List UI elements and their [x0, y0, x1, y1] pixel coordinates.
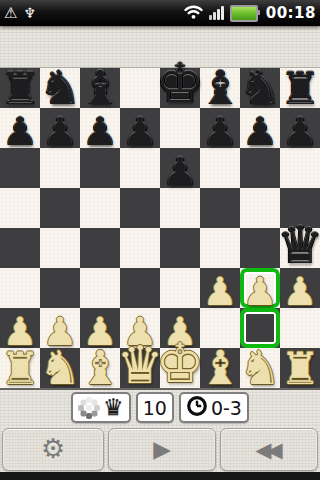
square-g3[interactable]: ♟	[240, 268, 280, 308]
square-b6[interactable]	[40, 148, 80, 188]
square-d4[interactable]	[120, 228, 160, 268]
square-e6[interactable]: ♟	[160, 148, 200, 188]
black-pawn-b7[interactable]: ♟	[43, 112, 78, 151]
square-g7[interactable]: ♟	[240, 108, 280, 148]
square-f1[interactable]: ♝	[200, 348, 240, 388]
black-pawn-a7[interactable]: ♟	[3, 112, 38, 151]
square-h7[interactable]: ♟	[280, 108, 320, 148]
usb-icon: ♆	[23, 6, 36, 20]
square-b3[interactable]	[40, 268, 80, 308]
wifi-icon	[184, 4, 203, 23]
black-bishop-c8[interactable]: ♝	[79, 64, 121, 111]
time-control-box[interactable]: 0-3	[179, 392, 249, 423]
square-e5[interactable]	[160, 188, 200, 228]
square-a8[interactable]: ♜	[0, 68, 40, 108]
white-pawn-h3[interactable]: ♟	[283, 272, 318, 311]
square-a5[interactable]	[0, 188, 40, 228]
square-f6[interactable]	[200, 148, 240, 188]
square-f7[interactable]: ♟	[200, 108, 240, 148]
black-pawn-d7[interactable]: ♟	[123, 112, 158, 151]
square-b7[interactable]: ♟	[40, 108, 80, 148]
black-king-e8[interactable]: ♚	[156, 57, 204, 111]
square-h6[interactable]	[280, 148, 320, 188]
status-bar-left: ⚠ ♆	[4, 6, 36, 21]
engine-status-box[interactable]: ♛	[71, 392, 131, 423]
square-c3[interactable]	[80, 268, 120, 308]
play-icon: ▶	[153, 438, 171, 461]
square-b8[interactable]: ♞	[40, 68, 80, 108]
square-e8[interactable]: ♚	[160, 68, 200, 108]
square-a6[interactable]	[0, 148, 40, 188]
black-queen-icon: ♛	[103, 396, 124, 419]
clock-icon	[186, 395, 208, 421]
square-c4[interactable]	[80, 228, 120, 268]
square-a4[interactable]	[0, 228, 40, 268]
white-pawn-f3[interactable]: ♟	[203, 272, 238, 311]
square-e4[interactable]	[160, 228, 200, 268]
play-button[interactable]: ▶	[108, 428, 216, 471]
white-pawn-g3[interactable]: ♟	[243, 272, 278, 311]
white-rook-h1[interactable]: ♜	[280, 346, 320, 391]
black-knight-b8[interactable]: ♞	[39, 64, 81, 111]
black-pawn-c7[interactable]: ♟	[83, 112, 118, 151]
square-f8[interactable]: ♝	[200, 68, 240, 108]
settings-button[interactable]: ⚙	[2, 428, 104, 471]
warning-icon: ⚠	[4, 6, 17, 21]
time-control-value: 0-3	[211, 397, 242, 419]
square-h3[interactable]: ♟	[280, 268, 320, 308]
square-b5[interactable]	[40, 188, 80, 228]
status-bar: ⚠ ♆ 00:18	[0, 0, 320, 26]
white-rook-a1[interactable]: ♜	[0, 346, 40, 391]
square-b4[interactable]	[40, 228, 80, 268]
black-knight-g8[interactable]: ♞	[239, 64, 281, 111]
square-g5[interactable]	[240, 188, 280, 228]
white-knight-b1[interactable]: ♞	[39, 344, 81, 391]
square-d6[interactable]	[120, 148, 160, 188]
square-a1[interactable]: ♜	[0, 348, 40, 388]
black-queen-h4[interactable]: ♛	[277, 219, 320, 271]
chess-board[interactable]: ♜♞♝♚♝♞♜♟♟♟♟♟♟♟♟♛♟♟♟♟♟♟♟♟♜♞♝♛♚♝♞♜	[0, 68, 320, 388]
square-a7[interactable]: ♟	[0, 108, 40, 148]
black-bishop-f8[interactable]: ♝	[199, 64, 241, 111]
level-box[interactable]: 10	[136, 392, 174, 423]
square-d8[interactable]	[120, 68, 160, 108]
square-d1[interactable]: ♛	[120, 348, 160, 388]
square-c1[interactable]: ♝	[80, 348, 120, 388]
white-knight-g1[interactable]: ♞	[239, 344, 281, 391]
rewind-button[interactable]: ◀◀	[220, 428, 318, 471]
battery-icon	[230, 5, 258, 22]
thinking-spinner-icon	[78, 397, 100, 419]
square-h8[interactable]: ♜	[280, 68, 320, 108]
white-bishop-f1[interactable]: ♝	[199, 344, 241, 391]
app-screen: ⚠ ♆ 00:18 ♜♞♝♚♝♞♜♟♟♟♟♟♟♟♟♛♟♟♟♟♟♟♟♟♜♞♝♛♚♝…	[0, 0, 320, 480]
square-c6[interactable]	[80, 148, 120, 188]
square-e1[interactable]: ♚	[160, 348, 200, 388]
square-c7[interactable]: ♟	[80, 108, 120, 148]
level-value: 10	[143, 397, 167, 419]
black-pawn-e6[interactable]: ♟	[163, 152, 198, 191]
black-rook-a8[interactable]: ♜	[0, 66, 40, 111]
white-king-e1[interactable]: ♚	[156, 337, 204, 391]
info-bar: ♛ 10 0-3	[0, 392, 320, 423]
square-g6[interactable]	[240, 148, 280, 188]
status-bar-right: 00:18	[184, 4, 316, 23]
square-c8[interactable]: ♝	[80, 68, 120, 108]
square-f4[interactable]	[200, 228, 240, 268]
black-pawn-f7[interactable]: ♟	[203, 112, 238, 151]
gear-icon: ⚙	[41, 436, 65, 463]
square-c5[interactable]	[80, 188, 120, 228]
square-e3[interactable]	[160, 268, 200, 308]
white-bishop-c1[interactable]: ♝	[79, 344, 121, 391]
square-f3[interactable]: ♟	[200, 268, 240, 308]
square-g8[interactable]: ♞	[240, 68, 280, 108]
square-h4[interactable]: ♛	[280, 228, 320, 268]
square-d7[interactable]: ♟	[120, 108, 160, 148]
black-rook-h8[interactable]: ♜	[280, 66, 320, 111]
square-g1[interactable]: ♞	[240, 348, 280, 388]
square-d5[interactable]	[120, 188, 160, 228]
square-g4[interactable]	[240, 228, 280, 268]
square-b1[interactable]: ♞	[40, 348, 80, 388]
square-a3[interactable]	[0, 268, 40, 308]
square-f5[interactable]	[200, 188, 240, 228]
status-clock: 00:18	[266, 4, 316, 22]
bottom-strip	[0, 472, 320, 480]
black-pawn-h7[interactable]: ♟	[283, 112, 318, 151]
black-pawn-g7[interactable]: ♟	[243, 112, 278, 151]
signal-strength-icon	[209, 6, 224, 20]
square-h1[interactable]: ♜	[280, 348, 320, 388]
rewind-icon: ◀◀	[255, 439, 282, 460]
bottom-controls: ⚙ ▶ ◀◀	[0, 428, 320, 471]
square-d3[interactable]	[120, 268, 160, 308]
